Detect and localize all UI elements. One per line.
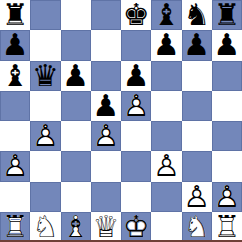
square-a3[interactable]: ♟♙ (0, 151, 30, 181)
square-h8[interactable]: ♜ (212, 0, 242, 30)
piece-white-pawn: ♙ (182, 182, 212, 212)
square-b8[interactable] (30, 0, 60, 30)
piece-white-pawn-fill: ♟ (151, 151, 181, 181)
square-h2[interactable]: ♟♙ (212, 182, 242, 212)
piece-black-queen: ♛ (30, 61, 60, 91)
piece-white-pawn: ♙ (30, 121, 60, 151)
square-d7[interactable] (91, 30, 121, 60)
piece-white-knight-fill: ♞ (30, 212, 60, 242)
square-f4[interactable] (151, 121, 181, 151)
piece-black-pawn: ♟ (0, 30, 30, 60)
square-f7[interactable]: ♟ (151, 30, 181, 60)
piece-black-king: ♚ (121, 0, 151, 30)
square-e4[interactable] (121, 121, 151, 151)
piece-white-pawn-fill: ♟ (0, 151, 30, 181)
square-c5[interactable] (61, 91, 91, 121)
square-e7[interactable] (121, 30, 151, 60)
square-f3[interactable]: ♟♙ (151, 151, 181, 181)
square-a5[interactable] (0, 91, 30, 121)
square-e6[interactable]: ♟ (121, 61, 151, 91)
square-h3[interactable] (212, 151, 242, 181)
piece-black-pawn: ♟ (121, 61, 151, 91)
piece-white-pawn-fill: ♟ (30, 121, 60, 151)
square-c6[interactable]: ♟ (61, 61, 91, 91)
square-a2[interactable] (0, 182, 30, 212)
square-f5[interactable] (151, 91, 181, 121)
piece-white-queen: ♕ (91, 212, 121, 242)
square-g7[interactable]: ♟ (182, 30, 212, 60)
square-g4[interactable] (182, 121, 212, 151)
square-c4[interactable] (61, 121, 91, 151)
square-b7[interactable] (30, 30, 60, 60)
square-e3[interactable] (121, 151, 151, 181)
square-g1[interactable]: ♞♘ (182, 212, 212, 242)
square-h6[interactable] (212, 61, 242, 91)
piece-black-pawn: ♟ (91, 91, 121, 121)
piece-black-bishop: ♝ (0, 61, 30, 91)
piece-black-pawn: ♟ (151, 30, 181, 60)
piece-white-king-fill: ♚ (121, 212, 151, 242)
square-d3[interactable] (91, 151, 121, 181)
square-g8[interactable]: ♞ (182, 0, 212, 30)
square-a6[interactable]: ♝ (0, 61, 30, 91)
piece-black-bishop: ♝ (151, 0, 181, 30)
piece-white-pawn-fill: ♟ (121, 91, 151, 121)
piece-black-rook: ♜ (212, 0, 242, 30)
piece-white-pawn-fill: ♟ (182, 182, 212, 212)
piece-white-king: ♔ (121, 212, 151, 242)
square-a4[interactable] (0, 121, 30, 151)
square-g6[interactable] (182, 61, 212, 91)
square-b4[interactable]: ♟♙ (30, 121, 60, 151)
square-g2[interactable]: ♟♙ (182, 182, 212, 212)
square-d8[interactable] (91, 0, 121, 30)
square-f2[interactable] (151, 182, 181, 212)
square-f6[interactable] (151, 61, 181, 91)
piece-white-pawn: ♙ (151, 151, 181, 181)
square-h7[interactable]: ♟ (212, 30, 242, 60)
square-d2[interactable] (91, 182, 121, 212)
square-g5[interactable] (182, 91, 212, 121)
piece-black-knight: ♞ (182, 0, 212, 30)
piece-white-pawn: ♙ (91, 121, 121, 151)
square-d6[interactable] (91, 61, 121, 91)
square-c2[interactable] (61, 182, 91, 212)
square-e1[interactable]: ♚♔ (121, 212, 151, 242)
square-f8[interactable]: ♝ (151, 0, 181, 30)
piece-black-pawn: ♟ (182, 30, 212, 60)
square-g3[interactable] (182, 151, 212, 181)
piece-white-knight: ♘ (30, 212, 60, 242)
piece-white-bishop: ♗ (61, 212, 91, 242)
square-h5[interactable] (212, 91, 242, 121)
piece-white-rook: ♖ (0, 212, 30, 242)
square-e5[interactable]: ♟♙ (121, 91, 151, 121)
piece-white-knight-fill: ♞ (182, 212, 212, 242)
piece-white-rook: ♖ (212, 212, 242, 242)
square-b6[interactable]: ♛ (30, 61, 60, 91)
square-a1[interactable]: ♜♖ (0, 212, 30, 242)
square-b3[interactable] (30, 151, 60, 181)
piece-white-rook-fill: ♜ (0, 212, 30, 242)
square-b1[interactable]: ♞♘ (30, 212, 60, 242)
square-f1[interactable] (151, 212, 181, 242)
square-b5[interactable] (30, 91, 60, 121)
chess-board: ♜♚♝♞♜♟♟♟♟♝♛♟♟♟♟♙♟♙♟♙♟♙♟♙♟♙♟♙♜♖♞♘♝♗♛♕♚♔♞♘… (0, 0, 242, 242)
piece-white-pawn-fill: ♟ (212, 182, 242, 212)
piece-white-queen-fill: ♛ (91, 212, 121, 242)
square-c3[interactable] (61, 151, 91, 181)
square-c1[interactable]: ♝♗ (61, 212, 91, 242)
piece-white-pawn: ♙ (212, 182, 242, 212)
piece-white-knight: ♘ (182, 212, 212, 242)
square-c7[interactable] (61, 30, 91, 60)
square-a8[interactable]: ♜ (0, 0, 30, 30)
piece-white-rook-fill: ♜ (212, 212, 242, 242)
piece-white-pawn: ♙ (0, 151, 30, 181)
chess-board-screenshot: ♜♚♝♞♜♟♟♟♟♝♛♟♟♟♟♙♟♙♟♙♟♙♟♙♟♙♟♙♜♖♞♘♝♗♛♕♚♔♞♘… (0, 0, 242, 242)
square-d5[interactable]: ♟ (91, 91, 121, 121)
square-d4[interactable]: ♟♙ (91, 121, 121, 151)
piece-black-rook: ♜ (0, 0, 30, 30)
square-c8[interactable] (61, 0, 91, 30)
piece-black-pawn: ♟ (61, 61, 91, 91)
square-d1[interactable]: ♛♕ (91, 212, 121, 242)
piece-white-bishop-fill: ♝ (61, 212, 91, 242)
piece-white-pawn-fill: ♟ (91, 121, 121, 151)
square-h4[interactable] (212, 121, 242, 151)
square-a7[interactable]: ♟ (0, 30, 30, 60)
square-e8[interactable]: ♚ (121, 0, 151, 30)
square-b2[interactable] (30, 182, 60, 212)
square-h1[interactable]: ♜♖ (212, 212, 242, 242)
piece-white-pawn: ♙ (121, 91, 151, 121)
square-e2[interactable] (121, 182, 151, 212)
piece-black-pawn: ♟ (212, 30, 242, 60)
